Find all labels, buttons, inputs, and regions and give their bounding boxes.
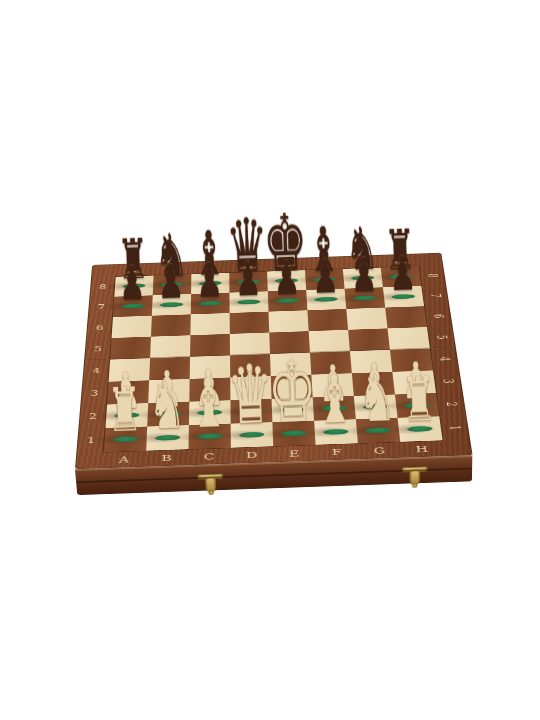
clasp-tongue — [410, 471, 420, 485]
file-label-far-c: C — [191, 260, 229, 274]
rank-label-right-6: 6 — [418, 309, 459, 324]
file-label-far-h: H — [379, 254, 418, 268]
file-label-far-g: G — [342, 255, 381, 269]
file-label-far-e: E — [267, 258, 305, 272]
brass-clasp-icon — [402, 467, 428, 492]
file-label-far-d: D — [229, 259, 267, 273]
board-perspective-wrapper: ABCDEFGH ABCDEFGH 87654321 87654321 ♜♞♝♛… — [78, 162, 463, 547]
clasp-knob — [412, 484, 417, 488]
board-scene: ABCDEFGH ABCDEFGH 87654321 87654321 ♜♞♝♛… — [78, 162, 463, 547]
pieces-layer: ♜♞♝♛♚♝♞♜♟♟♟♟♟♟♟♟♟♟♟♟♟♟♟♟♜♞♝♛♚♝♞♜ — [75, 253, 473, 469]
chess-set-photo: ABCDEFGH ABCDEFGH 87654321 87654321 ♜♞♝♛… — [0, 0, 540, 720]
brass-clasp-icon — [198, 474, 225, 499]
file-label-far-f: F — [304, 256, 343, 270]
rank-label-right-7: 7 — [415, 288, 456, 303]
file-label-far-b: B — [154, 262, 192, 276]
file-label-far-a: A — [116, 263, 154, 277]
chess-board: ABCDEFGH ABCDEFGH 87654321 87654321 ♜♞♝♛… — [75, 253, 473, 469]
white-rook-glyph: ♜ — [388, 368, 449, 430]
rank-label-right-5: 5 — [421, 330, 463, 345]
rank-label-right-8: 8 — [412, 269, 452, 283]
clasp-tongue — [206, 478, 216, 492]
clasp-knob — [209, 491, 215, 495]
